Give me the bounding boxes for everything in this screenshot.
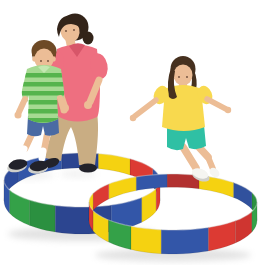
woman-hand	[84, 101, 92, 109]
woman-shoe	[79, 164, 97, 173]
boy-eye	[47, 60, 49, 62]
girl-eye	[178, 76, 180, 78]
boy-hand	[61, 107, 68, 114]
boy-sock	[21, 149, 24, 156]
woman-eye	[65, 30, 67, 32]
girl-hand	[130, 115, 136, 121]
boy-hand	[15, 112, 22, 119]
product-photo: A woman and a young boy hold hands while…	[0, 0, 265, 265]
girl-eye	[186, 76, 188, 78]
boy-sock	[42, 151, 43, 158]
shirt-stripe	[18, 91, 68, 96]
boy-eye	[40, 60, 42, 62]
boy-arm	[60, 98, 63, 108]
shirt-stripe	[18, 82, 68, 87]
path-segment-yellow	[131, 226, 161, 254]
product-photo-canvas	[0, 0, 265, 265]
path-segment-blue	[161, 227, 208, 254]
girl-hand	[225, 107, 231, 113]
girl-face	[174, 65, 193, 86]
woman-eye	[73, 29, 75, 31]
